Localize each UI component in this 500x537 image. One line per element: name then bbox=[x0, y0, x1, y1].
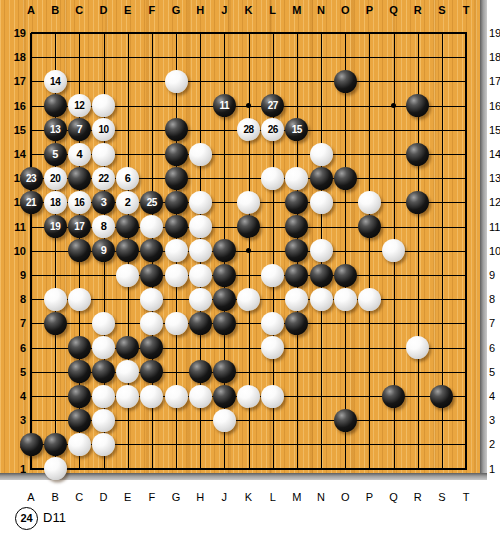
stone-B8[interactable] bbox=[44, 288, 67, 311]
col-label-top-A: A bbox=[23, 3, 39, 17]
stone-G12[interactable] bbox=[165, 191, 188, 214]
stone-K8[interactable] bbox=[237, 288, 260, 311]
row-label-right-7: 7 bbox=[489, 316, 500, 330]
stone-G7[interactable] bbox=[165, 312, 188, 335]
row-label-left-15: 15 bbox=[2, 123, 26, 137]
stone-P8[interactable] bbox=[358, 288, 381, 311]
stone-G9[interactable] bbox=[165, 264, 188, 287]
board-edge-bottom bbox=[0, 473, 487, 480]
stone-D2[interactable] bbox=[92, 433, 115, 456]
stone-G17[interactable] bbox=[165, 70, 188, 93]
row-label-left-14: 14 bbox=[2, 147, 26, 161]
stone-K15[interactable]: 28 bbox=[237, 118, 260, 141]
row-label-left-16: 16 bbox=[2, 99, 26, 113]
stone-J10[interactable] bbox=[213, 239, 236, 262]
stone-C11[interactable]: 17 bbox=[68, 215, 91, 238]
stone-H4[interactable] bbox=[189, 385, 212, 408]
stone-D14[interactable] bbox=[92, 143, 115, 166]
stone-C10[interactable] bbox=[68, 239, 91, 262]
stone-F4[interactable] bbox=[140, 385, 163, 408]
col-label-top-M: M bbox=[289, 3, 305, 17]
stone-B1[interactable] bbox=[44, 457, 67, 480]
stone-B13[interactable]: 20 bbox=[44, 167, 67, 190]
stone-move-number: 15 bbox=[285, 118, 308, 141]
col-label-top-Q: Q bbox=[386, 3, 402, 17]
move-caption: 24 D11 bbox=[0, 480, 500, 537]
col-label-top-O: O bbox=[337, 3, 353, 17]
stone-R12[interactable] bbox=[406, 191, 429, 214]
stone-J7[interactable] bbox=[213, 312, 236, 335]
col-label-top-K: K bbox=[241, 3, 257, 17]
stone-F8[interactable] bbox=[140, 288, 163, 311]
row-label-left-7: 7 bbox=[2, 316, 26, 330]
stone-move-number: 6 bbox=[116, 167, 139, 190]
stone-G4[interactable] bbox=[165, 385, 188, 408]
stone-H7[interactable] bbox=[189, 312, 212, 335]
stone-C15[interactable]: 7 bbox=[68, 118, 91, 141]
stone-move-number: 19 bbox=[44, 215, 67, 238]
grid-vline bbox=[465, 33, 467, 470]
row-label-left-6: 6 bbox=[2, 341, 26, 355]
stone-D15[interactable]: 10 bbox=[92, 118, 115, 141]
grid-hline bbox=[31, 468, 467, 470]
stone-G11[interactable] bbox=[165, 215, 188, 238]
stone-move-number: 23 bbox=[20, 167, 43, 190]
caption-location-label: D11 bbox=[43, 510, 66, 525]
stone-move-number: 9 bbox=[92, 239, 115, 262]
stone-L15[interactable]: 26 bbox=[261, 118, 284, 141]
stone-G10[interactable] bbox=[165, 239, 188, 262]
stone-D6[interactable] bbox=[92, 336, 115, 359]
row-label-right-9: 9 bbox=[489, 268, 500, 282]
stone-O9[interactable] bbox=[334, 264, 357, 287]
board-edge-right bbox=[480, 0, 487, 480]
row-label-right-3: 3 bbox=[489, 413, 500, 427]
stone-move-number: 16 bbox=[68, 191, 91, 214]
stone-P12[interactable] bbox=[358, 191, 381, 214]
stone-N13[interactable] bbox=[310, 167, 333, 190]
col-label-top-R: R bbox=[410, 3, 426, 17]
stone-L9[interactable] bbox=[261, 264, 284, 287]
col-label-top-P: P bbox=[361, 3, 377, 17]
stone-J8[interactable] bbox=[213, 288, 236, 311]
stone-M15[interactable]: 15 bbox=[285, 118, 308, 141]
col-label-top-E: E bbox=[120, 3, 136, 17]
col-label-top-C: C bbox=[71, 3, 87, 17]
stone-M8[interactable] bbox=[285, 288, 308, 311]
row-label-left-10: 10 bbox=[2, 244, 26, 258]
stone-A12[interactable]: 21 bbox=[20, 191, 43, 214]
row-label-left-17: 17 bbox=[2, 74, 26, 88]
stone-J9[interactable] bbox=[213, 264, 236, 287]
go-board-viewer: ABCDEFGHJKLMNOPQRST ABCDEFGHJKLMNOPQRST … bbox=[0, 0, 500, 537]
row-label-right-13: 13 bbox=[489, 171, 500, 185]
stone-E9[interactable] bbox=[116, 264, 139, 287]
stone-move-number: 4 bbox=[68, 143, 91, 166]
stone-move-number: 22 bbox=[92, 167, 115, 190]
stone-A13[interactable]: 23 bbox=[20, 167, 43, 190]
stone-move-number: 11 bbox=[213, 94, 236, 117]
stone-M9[interactable] bbox=[285, 264, 308, 287]
stone-L7[interactable] bbox=[261, 312, 284, 335]
stone-N9[interactable] bbox=[310, 264, 333, 287]
row-label-right-19: 19 bbox=[489, 26, 500, 40]
col-label-top-J: J bbox=[216, 3, 232, 17]
stone-K4[interactable] bbox=[237, 385, 260, 408]
stone-D3[interactable] bbox=[92, 409, 115, 432]
stone-H8[interactable] bbox=[189, 288, 212, 311]
col-label-top-B: B bbox=[47, 3, 63, 17]
stone-move-number: 21 bbox=[20, 191, 43, 214]
grid-hline bbox=[31, 275, 467, 276]
stone-E12[interactable]: 2 bbox=[116, 191, 139, 214]
col-label-top-H: H bbox=[192, 3, 208, 17]
stone-F9[interactable] bbox=[140, 264, 163, 287]
row-label-left-8: 8 bbox=[2, 292, 26, 306]
stone-D7[interactable] bbox=[92, 312, 115, 335]
stone-move-number: 20 bbox=[44, 167, 67, 190]
stone-K12[interactable] bbox=[237, 191, 260, 214]
stone-R14[interactable] bbox=[406, 143, 429, 166]
stone-C14[interactable]: 4 bbox=[68, 143, 91, 166]
row-label-right-4: 4 bbox=[489, 389, 500, 403]
row-label-right-15: 15 bbox=[489, 123, 500, 137]
col-label-top-F: F bbox=[144, 3, 160, 17]
stone-D11[interactable]: 8 bbox=[92, 215, 115, 238]
stone-O8[interactable] bbox=[334, 288, 357, 311]
stone-C3[interactable] bbox=[68, 409, 91, 432]
stone-B14[interactable]: 5 bbox=[44, 143, 67, 166]
grid-vline bbox=[345, 33, 346, 470]
row-label-right-10: 10 bbox=[489, 244, 500, 258]
row-label-right-14: 14 bbox=[489, 147, 500, 161]
stone-B7[interactable] bbox=[44, 312, 67, 335]
col-label-top-D: D bbox=[96, 3, 112, 17]
row-label-right-18: 18 bbox=[489, 50, 500, 64]
stone-N12[interactable] bbox=[310, 191, 333, 214]
stone-move-number: 12 bbox=[68, 94, 91, 117]
stone-E4[interactable] bbox=[116, 385, 139, 408]
stone-D4[interactable] bbox=[92, 385, 115, 408]
stone-N10[interactable] bbox=[310, 239, 333, 262]
col-label-top-S: S bbox=[434, 3, 450, 17]
stone-move-number: 5 bbox=[44, 143, 67, 166]
row-label-left-11: 11 bbox=[2, 220, 26, 234]
stone-B16[interactable] bbox=[44, 94, 67, 117]
row-label-left-3: 3 bbox=[2, 413, 26, 427]
row-label-right-16: 16 bbox=[489, 99, 500, 113]
stone-J16[interactable]: 11 bbox=[213, 94, 236, 117]
row-label-left-18: 18 bbox=[2, 50, 26, 64]
stone-move-number: 10 bbox=[92, 118, 115, 141]
stone-D10[interactable]: 9 bbox=[92, 239, 115, 262]
caption-stone-white-24: 24 bbox=[15, 507, 38, 530]
row-label-right-1: 1 bbox=[489, 462, 500, 476]
stone-C8[interactable] bbox=[68, 288, 91, 311]
stone-D16[interactable] bbox=[92, 94, 115, 117]
stone-H9[interactable] bbox=[189, 264, 212, 287]
col-label-top-G: G bbox=[168, 3, 184, 17]
row-label-right-8: 8 bbox=[489, 292, 500, 306]
stone-J4[interactable] bbox=[213, 385, 236, 408]
stone-L16[interactable]: 27 bbox=[261, 94, 284, 117]
stone-N8[interactable] bbox=[310, 288, 333, 311]
stone-move-number: 18 bbox=[44, 191, 67, 214]
col-label-top-T: T bbox=[458, 3, 474, 17]
stone-N14[interactable] bbox=[310, 143, 333, 166]
stone-P11[interactable] bbox=[358, 215, 381, 238]
stone-G14[interactable] bbox=[165, 143, 188, 166]
stone-H14[interactable] bbox=[189, 143, 212, 166]
row-label-right-12: 12 bbox=[489, 195, 500, 209]
stone-J3[interactable] bbox=[213, 409, 236, 432]
stone-O13[interactable] bbox=[334, 167, 357, 190]
row-label-left-5: 5 bbox=[2, 365, 26, 379]
stone-move-number: 3 bbox=[92, 191, 115, 214]
stone-H5[interactable] bbox=[189, 360, 212, 383]
stone-C12[interactable]: 16 bbox=[68, 191, 91, 214]
stone-G13[interactable] bbox=[165, 167, 188, 190]
row-label-left-4: 4 bbox=[2, 389, 26, 403]
stone-H10[interactable] bbox=[189, 239, 212, 262]
stone-C16[interactable]: 12 bbox=[68, 94, 91, 117]
row-label-right-5: 5 bbox=[489, 365, 500, 379]
stone-move-number: 14 bbox=[44, 70, 67, 93]
stone-E13[interactable]: 6 bbox=[116, 167, 139, 190]
stone-L4[interactable] bbox=[261, 385, 284, 408]
stone-move-number: 26 bbox=[261, 118, 284, 141]
stone-C4[interactable] bbox=[68, 385, 91, 408]
stone-B11[interactable]: 19 bbox=[44, 215, 67, 238]
stone-Q4[interactable] bbox=[382, 385, 405, 408]
row-label-right-6: 6 bbox=[489, 341, 500, 355]
stone-move-number: 8 bbox=[92, 215, 115, 238]
stone-D12[interactable]: 3 bbox=[92, 191, 115, 214]
stone-move-number: 27 bbox=[261, 94, 284, 117]
row-label-right-11: 11 bbox=[489, 220, 500, 234]
row-label-right-2: 2 bbox=[489, 437, 500, 451]
stone-move-number: 28 bbox=[237, 118, 260, 141]
stone-D13[interactable]: 22 bbox=[92, 167, 115, 190]
stone-move-number: 2 bbox=[116, 191, 139, 214]
row-label-left-1: 1 bbox=[2, 462, 26, 476]
stone-H11[interactable] bbox=[189, 215, 212, 238]
stone-move-number: 25 bbox=[140, 191, 163, 214]
row-label-left-19: 19 bbox=[2, 26, 26, 40]
stone-K11[interactable] bbox=[237, 215, 260, 238]
stone-A2[interactable] bbox=[20, 433, 43, 456]
stone-B12[interactable]: 18 bbox=[44, 191, 67, 214]
stone-B17[interactable]: 14 bbox=[44, 70, 67, 93]
stone-G15[interactable] bbox=[165, 118, 188, 141]
row-label-left-9: 9 bbox=[2, 268, 26, 282]
stone-C6[interactable] bbox=[68, 336, 91, 359]
stone-M13[interactable] bbox=[285, 167, 308, 190]
col-label-top-N: N bbox=[313, 3, 329, 17]
grid-vline bbox=[369, 33, 370, 470]
stone-C2[interactable] bbox=[68, 433, 91, 456]
stone-J5[interactable] bbox=[213, 360, 236, 383]
stone-O3[interactable] bbox=[334, 409, 357, 432]
stone-L13[interactable] bbox=[261, 167, 284, 190]
col-label-top-L: L bbox=[265, 3, 281, 17]
stone-B15[interactable]: 13 bbox=[44, 118, 67, 141]
stone-move-number: 13 bbox=[44, 118, 67, 141]
row-label-right-17: 17 bbox=[489, 74, 500, 88]
stone-move-number: 17 bbox=[68, 215, 91, 238]
stone-F12[interactable]: 25 bbox=[140, 191, 163, 214]
stone-C13[interactable] bbox=[68, 167, 91, 190]
stone-move-number: 7 bbox=[68, 118, 91, 141]
stone-H12[interactable] bbox=[189, 191, 212, 214]
stone-O17[interactable] bbox=[334, 70, 357, 93]
stone-S4[interactable] bbox=[430, 385, 453, 408]
stone-C5[interactable] bbox=[68, 360, 91, 383]
stone-B2[interactable] bbox=[44, 433, 67, 456]
